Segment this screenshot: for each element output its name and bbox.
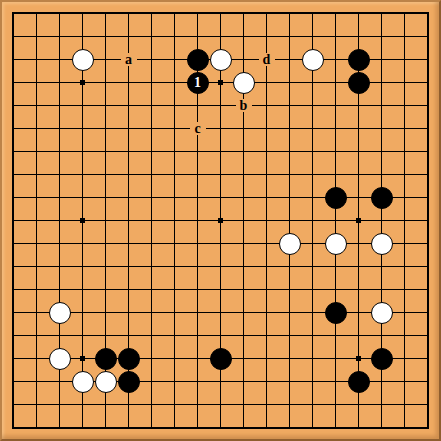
white-stone	[95, 371, 117, 393]
black-stone-move-1: 1	[187, 72, 209, 94]
star-point	[356, 356, 361, 361]
star-point	[218, 218, 223, 223]
star-point	[80, 356, 85, 361]
black-stone	[371, 187, 393, 209]
white-stone	[279, 233, 301, 255]
white-stone	[72, 49, 94, 71]
star-point	[356, 218, 361, 223]
white-stone	[72, 371, 94, 393]
white-stone	[325, 233, 347, 255]
white-stone	[210, 49, 232, 71]
white-stone	[302, 49, 324, 71]
star-point	[218, 80, 223, 85]
point-label-d: d	[259, 53, 275, 66]
black-stone	[348, 72, 370, 94]
go-board-diagram: 1abcd	[0, 0, 441, 441]
move-number: 1	[194, 76, 201, 90]
black-stone	[95, 348, 117, 370]
black-stone	[348, 49, 370, 71]
white-stone	[233, 72, 255, 94]
black-stone	[348, 371, 370, 393]
white-stone	[49, 348, 71, 370]
point-label-c: c	[190, 122, 206, 135]
black-stone	[187, 49, 209, 71]
black-stone	[371, 348, 393, 370]
star-point	[80, 218, 85, 223]
black-stone	[210, 348, 232, 370]
black-stone	[325, 187, 347, 209]
star-point	[80, 80, 85, 85]
black-stone	[118, 348, 140, 370]
black-stone	[118, 371, 140, 393]
white-stone	[49, 302, 71, 324]
black-stone	[325, 302, 347, 324]
white-stone	[371, 302, 393, 324]
white-stone	[371, 233, 393, 255]
go-board: 1abcd	[0, 0, 441, 441]
point-label-b: b	[236, 99, 252, 112]
point-label-a: a	[121, 53, 137, 66]
